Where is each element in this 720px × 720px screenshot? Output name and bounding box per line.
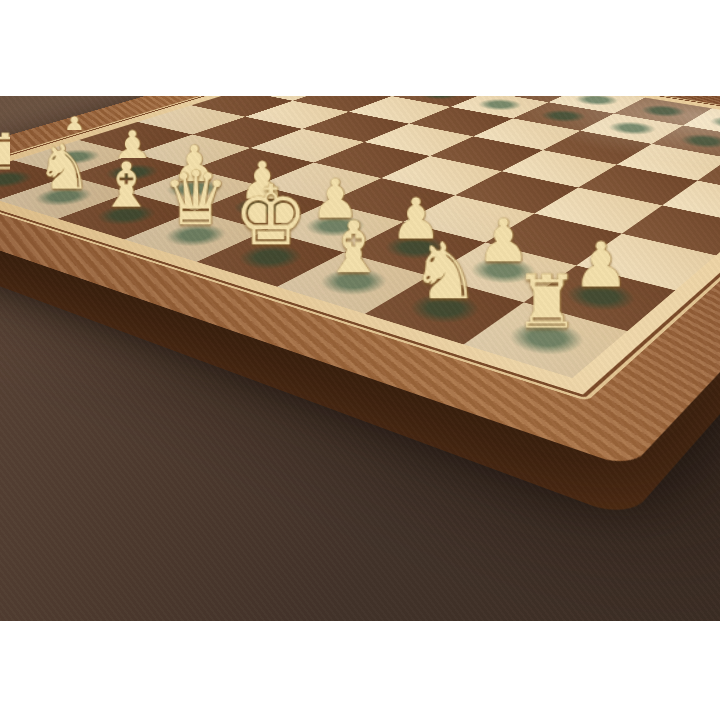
black-pawn-glyph: ♟ [647, 96, 720, 141]
scene: ♜♞♝♛♚♝♞♜♟♟♟♟♟♟♟♟♟♟♟♟♟♟♟♟♜♞♝♛♚♝♞♜ [0, 96, 720, 621]
white-rook-glyph: ♜ [458, 209, 634, 338]
letterbox-top [0, 0, 720, 96]
chess-board: ♜♞♝♛♚♝♞♜♟♟♟♟♟♟♟♟♟♟♟♟♟♟♟♟♜♞♝♛♚♝♞♜ [0, 96, 720, 468]
photo-band: ♜♞♝♛♚♝♞♜♟♟♟♟♟♟♟♟♟♟♟♟♟♟♟♟♜♞♝♛♚♝♞♜ [0, 96, 720, 621]
letterbox-bottom [0, 621, 720, 720]
product-photo: ♜♞♝♛♚♝♞♜♟♟♟♟♟♟♟♟♟♟♟♟♟♟♟♟♜♞♝♛♚♝♞♜ [0, 0, 720, 720]
